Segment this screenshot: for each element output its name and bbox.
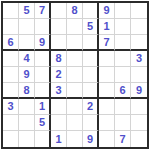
sudoku-cell-r7c5[interactable] (67, 99, 83, 115)
sudoku-cell-r6c8[interactable]: 6 (115, 83, 131, 99)
sudoku-cell-r8c3[interactable]: 5 (35, 115, 51, 131)
sudoku-cell-r2c6[interactable]: 5 (83, 19, 99, 35)
sudoku-cell-r1c6[interactable] (83, 3, 99, 19)
sudoku-cell-r2c2[interactable] (19, 19, 35, 35)
sudoku-cell-r7c6[interactable]: 2 (83, 99, 99, 115)
sudoku-cell-r1c4[interactable] (51, 3, 67, 19)
sudoku-cell-r6c6[interactable] (83, 83, 99, 99)
sudoku-cell-r9c8[interactable]: 7 (115, 131, 131, 147)
sudoku-cell-r4c3[interactable] (35, 51, 51, 67)
sudoku-cell-r7c3[interactable]: 1 (35, 99, 51, 115)
sudoku-cell-r5c4[interactable]: 2 (51, 67, 67, 83)
sudoku-cell-r3c7[interactable]: 7 (99, 35, 115, 51)
sudoku-cell-r9c3[interactable] (35, 131, 51, 147)
sudoku-cell-r3c5[interactable] (67, 35, 83, 51)
sudoku-cell-r1c1[interactable] (3, 3, 19, 19)
sudoku-cell-r5c8[interactable] (115, 67, 131, 83)
sudoku-cell-r4c8[interactable] (115, 51, 131, 67)
sudoku-cell-r6c9[interactable]: 9 (131, 83, 147, 99)
sudoku-cell-r8c1[interactable] (3, 115, 19, 131)
sudoku-cell-r3c4[interactable] (51, 35, 67, 51)
sudoku-cell-r8c4[interactable] (51, 115, 67, 131)
sudoku-cell-r1c7[interactable]: 9 (99, 3, 115, 19)
sudoku-cell-r8c7[interactable] (99, 115, 115, 131)
sudoku-cell-r3c9[interactable] (131, 35, 147, 51)
sudoku-cell-r4c6[interactable] (83, 51, 99, 67)
sudoku-cell-r1c2[interactable]: 5 (19, 3, 35, 19)
sudoku-cell-r5c3[interactable] (35, 67, 51, 83)
sudoku-cell-r8c6[interactable] (83, 115, 99, 131)
sudoku-cell-r1c5[interactable]: 8 (67, 3, 83, 19)
sudoku-cell-r3c2[interactable] (19, 35, 35, 51)
sudoku-cell-r4c4[interactable]: 8 (51, 51, 67, 67)
sudoku-cell-r1c9[interactable] (131, 3, 147, 19)
sudoku-cell-r8c5[interactable] (67, 115, 83, 131)
sudoku-cell-r5c6[interactable] (83, 67, 99, 83)
sudoku-cell-r4c9[interactable]: 3 (131, 51, 147, 67)
sudoku-cell-r5c2[interactable]: 9 (19, 67, 35, 83)
sudoku-cell-r1c8[interactable] (115, 3, 131, 19)
sudoku-cell-r5c7[interactable] (99, 67, 115, 83)
sudoku-cell-r9c9[interactable] (131, 131, 147, 147)
sudoku-cell-r6c3[interactable] (35, 83, 51, 99)
sudoku-cell-r2c3[interactable] (35, 19, 51, 35)
sudoku-cell-r4c5[interactable] (67, 51, 83, 67)
sudoku-cell-r2c9[interactable] (131, 19, 147, 35)
sudoku-cell-r7c4[interactable] (51, 99, 67, 115)
sudoku-cell-r2c4[interactable] (51, 19, 67, 35)
sudoku-cell-r3c8[interactable] (115, 35, 131, 51)
sudoku-cell-r8c9[interactable] (131, 115, 147, 131)
sudoku-cell-r9c4[interactable]: 1 (51, 131, 67, 147)
sudoku-cell-r7c8[interactable] (115, 99, 131, 115)
sudoku-cell-r2c7[interactable]: 1 (99, 19, 115, 35)
sudoku-cell-r4c7[interactable] (99, 51, 115, 67)
sudoku-cell-r7c9[interactable] (131, 99, 147, 115)
sudoku-cell-r5c1[interactable] (3, 67, 19, 83)
sudoku-cell-r2c8[interactable] (115, 19, 131, 35)
sudoku-cell-r3c1[interactable]: 6 (3, 35, 19, 51)
sudoku-cell-r6c7[interactable] (99, 83, 115, 99)
sudoku-cell-r9c2[interactable] (19, 131, 35, 147)
sudoku-cell-r7c7[interactable] (99, 99, 115, 115)
sudoku-cell-r9c1[interactable] (3, 131, 19, 147)
sudoku-board: 5789516974839283693125197 (1, 1, 149, 149)
sudoku-cell-r9c6[interactable]: 9 (83, 131, 99, 147)
sudoku-cell-r6c1[interactable] (3, 83, 19, 99)
sudoku-cell-r6c4[interactable]: 3 (51, 83, 67, 99)
sudoku-cell-r6c5[interactable] (67, 83, 83, 99)
sudoku-cell-r5c5[interactable] (67, 67, 83, 83)
sudoku-cell-r4c1[interactable] (3, 51, 19, 67)
sudoku-cell-r7c2[interactable] (19, 99, 35, 115)
sudoku-cell-r3c6[interactable] (83, 35, 99, 51)
sudoku-cell-r1c3[interactable]: 7 (35, 3, 51, 19)
sudoku-cell-r2c5[interactable] (67, 19, 83, 35)
sudoku-cell-r5c9[interactable] (131, 67, 147, 83)
sudoku-cell-r2c1[interactable] (3, 19, 19, 35)
sudoku-cell-r8c8[interactable] (115, 115, 131, 131)
sudoku-cell-r9c5[interactable] (67, 131, 83, 147)
sudoku-cell-r3c3[interactable]: 9 (35, 35, 51, 51)
sudoku-cell-r8c2[interactable] (19, 115, 35, 131)
sudoku-cell-r7c1[interactable]: 3 (3, 99, 19, 115)
sudoku-cell-r6c2[interactable]: 8 (19, 83, 35, 99)
sudoku-cell-r4c2[interactable]: 4 (19, 51, 35, 67)
sudoku-cell-r9c7[interactable] (99, 131, 115, 147)
